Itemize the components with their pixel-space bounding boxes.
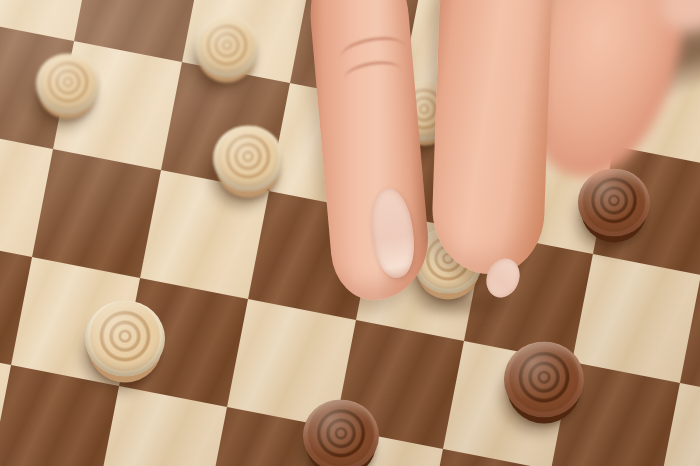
checker-piece-w5-light-wood-square15[interactable]: ⛀ [413, 227, 483, 293]
checker-piece-b3-dark-wood-square23[interactable]: ⛂ [303, 400, 379, 466]
checker-piece-w4-light-wood-square18[interactable]: ⛀ [85, 301, 165, 377]
square-r4c4-dark[interactable] [248, 191, 377, 320]
piece-turned-rings [36, 53, 100, 114]
checker-piece-b2-dark-wood-square20[interactable]: ⛂ [504, 342, 584, 418]
checker-piece-w1-light-wood-square10[interactable]: ⛀ [36, 53, 100, 114]
checkers-photo-scene: ⛀⛀⛀⛀⛀⛀⛂⛂⛂ [0, 0, 700, 466]
piece-turned-rings [213, 125, 283, 192]
piece-turned-rings [303, 400, 379, 466]
piece-turned-rings [413, 227, 483, 293]
piece-turned-rings [392, 80, 456, 141]
square-r4c2-dark[interactable] [32, 149, 161, 278]
checker-piece-w3-light-wood-square11[interactable]: ⛀ [213, 125, 283, 192]
checker-piece-w2-light-wood-square6[interactable]: ⛀ [195, 16, 259, 77]
square-r4c7-light[interactable] [572, 254, 700, 383]
piece-turned-rings [195, 16, 259, 77]
checker-piece-b1-dark-wood-square12[interactable]: ⛂ [578, 169, 650, 237]
piece-turned-rings [85, 301, 165, 377]
checker-piece-w6-light-wood-square7[interactable]: ⛀ [392, 80, 456, 141]
piece-turned-rings [578, 169, 650, 237]
square-r3c4-light[interactable] [269, 83, 398, 212]
piece-turned-rings [504, 342, 584, 418]
